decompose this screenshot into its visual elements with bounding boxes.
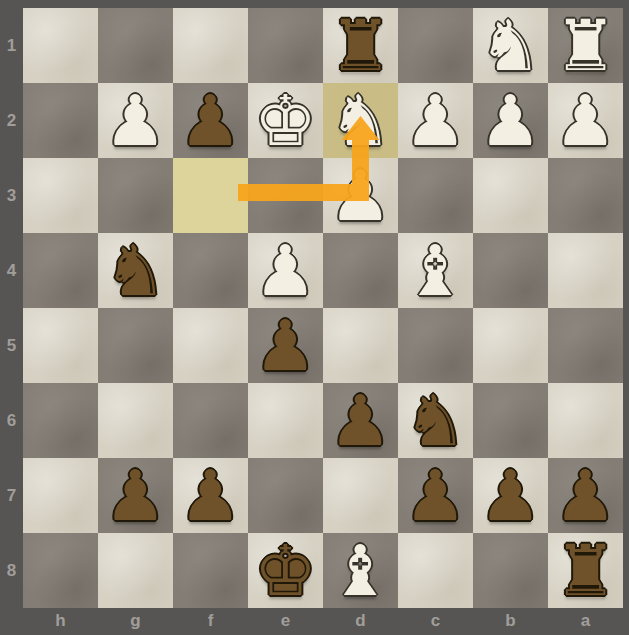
square-c3[interactable] [398, 158, 473, 233]
square-e2[interactable]: ♚ [248, 83, 323, 158]
square-d2[interactable]: ♞ [323, 83, 398, 158]
square-a2[interactable]: ♟ [548, 83, 623, 158]
file-label-c: c [398, 608, 473, 635]
square-g2[interactable]: ♟ [98, 83, 173, 158]
piece-black-pawn[interactable]: ♟ [248, 308, 323, 383]
square-c6[interactable]: ♞ [398, 383, 473, 458]
piece-white-pawn[interactable]: ♟ [548, 83, 623, 158]
rank-label-1: 1 [0, 8, 23, 83]
piece-black-pawn[interactable]: ♟ [473, 458, 548, 533]
file-labels: hgfedcba [23, 608, 623, 635]
square-f3[interactable] [173, 158, 248, 233]
board-container: 12345678 ♜♞♜♟♟♚♞♟♟♟♟♞♟♝♟♟♞♟♟♟♟♟♚♝♜ hgfed… [0, 0, 629, 635]
piece-white-pawn[interactable]: ♟ [398, 83, 473, 158]
square-a5[interactable] [548, 308, 623, 383]
rank-label-6: 6 [0, 383, 23, 458]
square-h5[interactable] [23, 308, 98, 383]
square-h1[interactable] [23, 8, 98, 83]
piece-black-pawn[interactable]: ♟ [398, 458, 473, 533]
square-d5[interactable] [323, 308, 398, 383]
square-h2[interactable] [23, 83, 98, 158]
square-b4[interactable] [473, 233, 548, 308]
square-c5[interactable] [398, 308, 473, 383]
square-c7[interactable]: ♟ [398, 458, 473, 533]
square-d8[interactable]: ♝ [323, 533, 398, 608]
piece-white-knight[interactable]: ♞ [473, 8, 548, 83]
file-label-d: d [323, 608, 398, 635]
square-e4[interactable]: ♟ [248, 233, 323, 308]
piece-white-bishop[interactable]: ♝ [323, 533, 398, 608]
square-g6[interactable] [98, 383, 173, 458]
piece-white-pawn[interactable]: ♟ [98, 83, 173, 158]
square-b5[interactable] [473, 308, 548, 383]
piece-black-knight[interactable]: ♞ [98, 233, 173, 308]
rank-label-2: 2 [0, 83, 23, 158]
piece-black-pawn[interactable]: ♟ [173, 83, 248, 158]
square-h4[interactable] [23, 233, 98, 308]
piece-white-pawn[interactable]: ♟ [248, 233, 323, 308]
rank-label-4: 4 [0, 233, 23, 308]
file-label-h: h [23, 608, 98, 635]
rank-label-7: 7 [0, 458, 23, 533]
square-d1[interactable]: ♜ [323, 8, 398, 83]
square-c1[interactable] [398, 8, 473, 83]
piece-white-king[interactable]: ♚ [248, 83, 323, 158]
square-e8[interactable]: ♚ [248, 533, 323, 608]
piece-black-pawn[interactable]: ♟ [323, 383, 398, 458]
piece-black-king[interactable]: ♚ [248, 533, 323, 608]
square-f6[interactable] [173, 383, 248, 458]
square-h6[interactable] [23, 383, 98, 458]
board[interactable]: ♜♞♜♟♟♚♞♟♟♟♟♞♟♝♟♟♞♟♟♟♟♟♚♝♜ [23, 8, 623, 608]
file-label-b: b [473, 608, 548, 635]
square-a4[interactable] [548, 233, 623, 308]
square-b8[interactable] [473, 533, 548, 608]
square-e1[interactable] [248, 8, 323, 83]
piece-black-pawn[interactable]: ♟ [548, 458, 623, 533]
square-c4[interactable]: ♝ [398, 233, 473, 308]
square-h8[interactable] [23, 533, 98, 608]
square-d6[interactable]: ♟ [323, 383, 398, 458]
square-b2[interactable]: ♟ [473, 83, 548, 158]
piece-black-pawn[interactable]: ♟ [173, 458, 248, 533]
square-g5[interactable] [98, 308, 173, 383]
square-a3[interactable] [548, 158, 623, 233]
square-b6[interactable] [473, 383, 548, 458]
square-a6[interactable] [548, 383, 623, 458]
square-b1[interactable]: ♞ [473, 8, 548, 83]
piece-white-knight[interactable]: ♞ [323, 83, 398, 158]
piece-white-pawn[interactable]: ♟ [473, 83, 548, 158]
square-g3[interactable] [98, 158, 173, 233]
square-a1[interactable]: ♜ [548, 8, 623, 83]
piece-white-pawn[interactable]: ♟ [323, 158, 398, 233]
rank-label-8: 8 [0, 533, 23, 608]
file-label-e: e [248, 608, 323, 635]
square-g4[interactable]: ♞ [98, 233, 173, 308]
square-e5[interactable]: ♟ [248, 308, 323, 383]
piece-white-rook[interactable]: ♜ [548, 8, 623, 83]
square-b7[interactable]: ♟ [473, 458, 548, 533]
piece-black-rook[interactable]: ♜ [323, 8, 398, 83]
square-d4[interactable] [323, 233, 398, 308]
square-a7[interactable]: ♟ [548, 458, 623, 533]
square-f2[interactable]: ♟ [173, 83, 248, 158]
file-label-f: f [173, 608, 248, 635]
square-e7[interactable] [248, 458, 323, 533]
square-c8[interactable] [398, 533, 473, 608]
rank-labels: 12345678 [0, 8, 23, 608]
square-f7[interactable]: ♟ [173, 458, 248, 533]
square-a8[interactable]: ♜ [548, 533, 623, 608]
piece-white-bishop[interactable]: ♝ [398, 233, 473, 308]
square-h3[interactable] [23, 158, 98, 233]
square-f4[interactable] [173, 233, 248, 308]
piece-black-knight[interactable]: ♞ [398, 383, 473, 458]
file-label-a: a [548, 608, 623, 635]
square-d3[interactable]: ♟ [323, 158, 398, 233]
rank-label-3: 3 [0, 158, 23, 233]
piece-black-rook[interactable]: ♜ [548, 533, 623, 608]
piece-black-pawn[interactable]: ♟ [98, 458, 173, 533]
square-g1[interactable] [98, 8, 173, 83]
square-f5[interactable] [173, 308, 248, 383]
square-e3[interactable] [248, 158, 323, 233]
file-label-g: g [98, 608, 173, 635]
square-b3[interactable] [473, 158, 548, 233]
square-e6[interactable] [248, 383, 323, 458]
square-c2[interactable]: ♟ [398, 83, 473, 158]
square-f1[interactable] [173, 8, 248, 83]
square-f8[interactable] [173, 533, 248, 608]
square-g7[interactable]: ♟ [98, 458, 173, 533]
rank-label-5: 5 [0, 308, 23, 383]
square-d7[interactable] [323, 458, 398, 533]
square-h7[interactable] [23, 458, 98, 533]
square-g8[interactable] [98, 533, 173, 608]
